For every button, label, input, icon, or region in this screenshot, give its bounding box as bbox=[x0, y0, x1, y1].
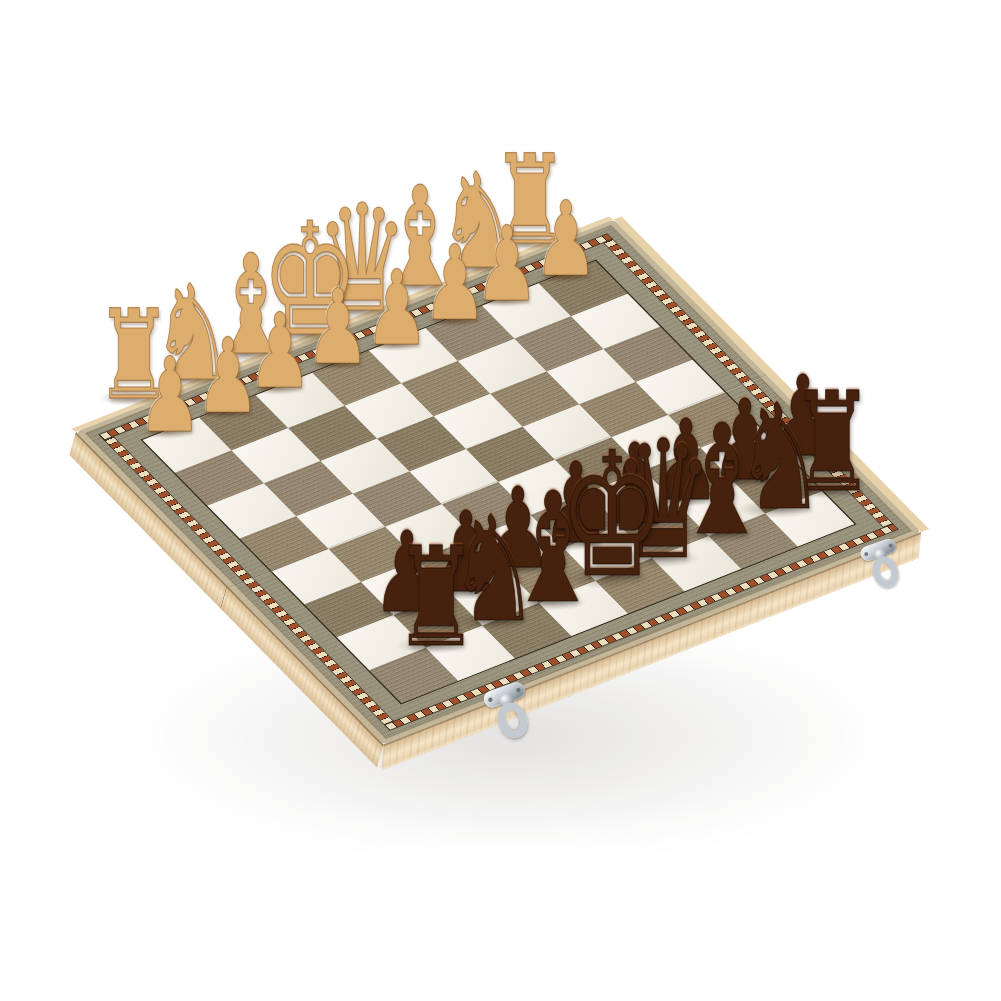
piece-dark-rook-h8[interactable]: ♜ bbox=[393, 529, 479, 666]
piece-light-pawn-a2[interactable]: ♟ bbox=[533, 188, 598, 292]
product-photo-scene: ♜♞♝♛♚♝♞♜♟♟♟♟♟♟♟♟♟♟♟♟♟♟♟♟♜♞♝♛♚♝♞♜ bbox=[0, 0, 1001, 1001]
fold-seam-side bbox=[220, 587, 227, 609]
piece-light-pawn-h2[interactable]: ♟ bbox=[137, 344, 202, 448]
piece-light-pawn-d2[interactable]: ♟ bbox=[364, 257, 429, 361]
piece-light-pawn-g2[interactable]: ♟ bbox=[196, 325, 261, 429]
piece-light-pawn-c2[interactable]: ♟ bbox=[423, 232, 488, 336]
piece-light-pawn-e2[interactable]: ♟ bbox=[306, 276, 371, 380]
